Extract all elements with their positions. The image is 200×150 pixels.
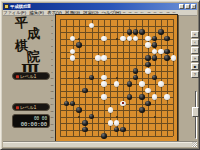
first-move-button[interactable]: « — [191, 31, 199, 38]
col-label: 1 — [59, 11, 62, 13]
col-label: 6 — [90, 11, 93, 13]
white-stone — [145, 42, 151, 48]
white-stone — [108, 107, 114, 113]
clock-time: 00:00:00 — [21, 121, 47, 127]
app-icon — [4, 4, 9, 9]
white-stone — [152, 49, 158, 55]
level-icon — [16, 75, 19, 78]
white-stone — [164, 94, 170, 100]
row-label: 19 — [50, 136, 53, 138]
col-label: 13 — [134, 11, 137, 13]
black-stone — [82, 88, 88, 94]
col-label: 2 — [65, 11, 68, 13]
black-stone — [114, 127, 120, 133]
white-stone — [133, 36, 139, 42]
last-move-button[interactable]: » — [191, 55, 199, 62]
game-clock: 00 00 00:00:00 — [12, 114, 50, 128]
black-stone — [82, 120, 88, 126]
title-bar[interactable]: 平成棋院Ⅲ _□× — [3, 3, 197, 10]
black-stone — [139, 107, 145, 113]
level-icon — [16, 106, 19, 109]
col-label: 7 — [97, 11, 100, 13]
col-label: 3 — [71, 11, 74, 13]
white-stone — [114, 120, 120, 126]
row-label: 10 — [50, 77, 53, 79]
level-button-black[interactable]: レベル1 — [12, 72, 50, 80]
white-stone — [101, 36, 107, 42]
black-stone — [127, 94, 133, 100]
star-point — [116, 38, 118, 40]
grid-line — [142, 19, 143, 136]
white-stone — [120, 36, 126, 42]
grid-line — [60, 136, 173, 137]
menu-item-1[interactable]: 編集(E) — [30, 10, 44, 16]
row-label: 6 — [50, 51, 53, 53]
app-window: 平成棋院Ⅲ _□× ファイル(F)編集(E)表示(V)対局(G)設定(O)ヘルプ… — [0, 0, 200, 150]
level-black-label: レベル1 — [20, 73, 36, 80]
col-label: 16 — [153, 11, 156, 13]
col-label: 9 — [109, 11, 112, 13]
black-stone — [89, 75, 95, 81]
black-stone — [139, 29, 145, 35]
close-button[interactable]: × — [191, 4, 196, 9]
star-point — [78, 77, 80, 79]
white-stone — [171, 55, 177, 61]
black-stone — [89, 114, 95, 120]
white-stone — [95, 55, 101, 61]
black-stone — [70, 101, 76, 107]
row-label: 8 — [50, 64, 53, 66]
black-stone — [133, 29, 139, 35]
col-label: 17 — [160, 11, 163, 13]
white-stone — [152, 94, 158, 100]
black-stone — [145, 62, 151, 68]
row-label: 18 — [50, 129, 53, 131]
client-area: 平 成 棋 院 Ⅲ レベル1 レベル1 00 00 00:00:00 12345… — [3, 17, 197, 145]
black-stone — [64, 101, 70, 107]
black-stone — [164, 36, 170, 42]
col-label: 18 — [166, 11, 169, 13]
row-label: 3 — [50, 32, 53, 34]
white-stone — [145, 68, 151, 74]
help-button[interactable]: ? — [191, 71, 199, 78]
black-stone — [158, 29, 164, 35]
black-stone — [152, 75, 158, 81]
stop-button[interactable]: ■ — [191, 63, 199, 70]
level-button-white[interactable]: レベル1 — [12, 103, 50, 111]
black-stone — [164, 55, 170, 61]
black-stone — [145, 55, 151, 61]
white-stone — [101, 94, 107, 100]
white-stone — [158, 49, 164, 55]
row-label: 13 — [50, 97, 53, 99]
col-label: 5 — [84, 11, 87, 13]
row-label: 9 — [50, 71, 53, 73]
black-stone — [76, 42, 82, 48]
black-stone — [101, 133, 107, 139]
white-stone — [101, 81, 107, 87]
minimize-button[interactable]: _ — [179, 4, 184, 9]
logo-char-2: 成 — [27, 28, 41, 41]
white-stone — [70, 36, 76, 42]
row-label: 2 — [50, 25, 53, 27]
white-stone — [101, 55, 107, 61]
go-board[interactable] — [55, 14, 178, 142]
white-stone — [70, 49, 76, 55]
black-stone — [139, 94, 145, 100]
star-point — [116, 116, 118, 118]
maximize-button[interactable]: □ — [185, 4, 190, 9]
white-stone — [70, 55, 76, 61]
grid-line — [60, 104, 173, 105]
row-label: 16 — [50, 116, 53, 118]
next-move-button[interactable]: › — [191, 47, 199, 54]
white-stone — [139, 81, 145, 87]
black-stone — [133, 68, 139, 74]
white-stone — [158, 81, 164, 87]
row-label: 7 — [50, 58, 53, 60]
col-label: 4 — [78, 11, 81, 13]
window-controls: _□× — [179, 4, 196, 9]
row-label: 5 — [50, 45, 53, 47]
grid-line — [173, 19, 174, 136]
row-label: 11 — [50, 84, 53, 86]
white-stone — [101, 75, 107, 81]
star-point — [78, 116, 80, 118]
col-label: 14 — [141, 11, 144, 13]
black-stone — [133, 75, 139, 81]
black-stone — [82, 127, 88, 133]
row-label: 12 — [50, 90, 53, 92]
prev-move-button[interactable]: ‹ — [191, 39, 199, 46]
black-stone — [152, 55, 158, 61]
star-point — [116, 77, 118, 79]
black-stone — [120, 127, 126, 133]
col-label: 19 — [172, 11, 175, 13]
white-stone — [114, 81, 120, 87]
level-white-label: レベル1 — [20, 104, 36, 111]
white-stone — [108, 120, 114, 126]
white-stone — [145, 88, 151, 94]
row-label: 15 — [50, 110, 53, 112]
col-label: 8 — [103, 11, 106, 13]
row-label: 14 — [50, 103, 53, 105]
row-label: 17 — [50, 123, 53, 125]
white-stone — [145, 36, 151, 42]
col-label: 12 — [128, 11, 131, 13]
black-stone — [164, 49, 170, 55]
black-stone — [152, 42, 158, 48]
window-title: 平成棋院Ⅲ — [10, 3, 31, 9]
col-label: 10 — [116, 11, 119, 13]
black-stone — [145, 101, 151, 107]
resize-grip[interactable] — [192, 142, 197, 147]
black-stone — [127, 29, 133, 35]
grid-line — [161, 19, 162, 136]
row-label: 1 — [50, 19, 53, 21]
col-label: 15 — [147, 11, 150, 13]
side-toolbar: «‹›»■? — [191, 31, 200, 150]
white-stone — [89, 23, 95, 29]
black-stone — [152, 36, 158, 42]
white-stone — [127, 36, 133, 42]
status-bar — [3, 142, 197, 147]
grid-line — [60, 91, 173, 92]
last-move-marker — [122, 102, 124, 104]
star-point — [154, 116, 156, 118]
move-slider-thumb[interactable] — [192, 107, 199, 117]
row-label: 4 — [50, 38, 53, 40]
black-stone — [76, 107, 82, 113]
black-stone — [127, 81, 133, 87]
star-point — [78, 38, 80, 40]
col-label: 11 — [122, 11, 125, 13]
